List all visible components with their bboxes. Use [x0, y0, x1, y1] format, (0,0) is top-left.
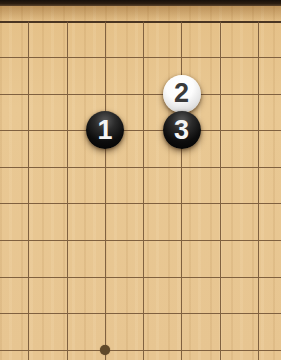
board-cell: [0, 21, 28, 58]
board-cell: [220, 21, 258, 58]
board-cell: [143, 21, 181, 58]
board-cell: [67, 21, 105, 58]
star-point: [100, 345, 110, 355]
board-cell: [28, 203, 66, 240]
move-number: 3: [174, 117, 189, 144]
board-cell: [258, 21, 281, 58]
board-cell: [181, 21, 219, 58]
goban-grid[interactable]: 123: [0, 21, 281, 360]
board-cell: [28, 94, 66, 131]
move-number: 2: [174, 80, 189, 107]
board-cell: [258, 130, 281, 167]
board-cell: [28, 350, 66, 360]
board-cell: [220, 240, 258, 277]
board-cell: [105, 313, 143, 350]
stone-black-3: 3: [163, 111, 201, 149]
board-cell: [28, 277, 66, 314]
board-cell: [143, 350, 181, 360]
board-cell: [28, 21, 66, 58]
board-cell: [143, 313, 181, 350]
board-cell: [258, 94, 281, 131]
board-cell: [105, 350, 143, 360]
board-cell: [143, 167, 181, 204]
board-cell: [0, 277, 28, 314]
board-cell: [67, 167, 105, 204]
board-cell: [67, 240, 105, 277]
board-cell: [28, 240, 66, 277]
board-cell: [220, 203, 258, 240]
board-cell: [105, 57, 143, 94]
board-top-edge-shadow: [0, 0, 281, 6]
board-cell: [0, 94, 28, 131]
board-cell: [258, 203, 281, 240]
board-cell: [67, 313, 105, 350]
board-top-bevel: [0, 6, 281, 21]
board-cell: [105, 203, 143, 240]
board-cell: [181, 240, 219, 277]
board-cell: [181, 277, 219, 314]
board-cell: [143, 203, 181, 240]
board-cell: [0, 240, 28, 277]
board-cell: [0, 203, 28, 240]
board-cell: [0, 167, 28, 204]
board-cell: [220, 167, 258, 204]
board-cell: [0, 57, 28, 94]
board-cell: [181, 313, 219, 350]
move-number: 1: [97, 117, 112, 144]
board-cell: [67, 277, 105, 314]
board-cell: [0, 350, 28, 360]
board-cell: [28, 130, 66, 167]
board-cell: [67, 57, 105, 94]
board-cell: [258, 350, 281, 360]
board-cell: [0, 313, 28, 350]
board-cell: [105, 277, 143, 314]
stone-black-1: 1: [86, 111, 124, 149]
board-cell: [28, 313, 66, 350]
board-cell: [258, 167, 281, 204]
board-cell: [220, 313, 258, 350]
board-cell: [181, 350, 219, 360]
board-cell: [258, 57, 281, 94]
board-cell: [105, 240, 143, 277]
board-cell: [181, 203, 219, 240]
board-cell: [258, 277, 281, 314]
board-cell: [143, 240, 181, 277]
board-cell: [67, 203, 105, 240]
board-cell: [28, 167, 66, 204]
board-cell: [105, 21, 143, 58]
board-cell: [105, 167, 143, 204]
board-cell: [220, 130, 258, 167]
board-cell: [220, 350, 258, 360]
board-cell: [258, 313, 281, 350]
board-cell: [181, 167, 219, 204]
board-cell: [220, 94, 258, 131]
board-cell: [220, 57, 258, 94]
go-board-screen: 123: [0, 0, 281, 360]
board-cell: [0, 130, 28, 167]
board-cell: [143, 277, 181, 314]
board-cell: [258, 240, 281, 277]
board-cell: [28, 57, 66, 94]
board-cell: [220, 277, 258, 314]
stone-white-2: 2: [163, 75, 201, 113]
